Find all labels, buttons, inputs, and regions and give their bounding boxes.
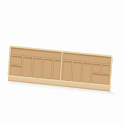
- cutlery-slot: [72, 62, 82, 82]
- cutlery-slot: [53, 60, 61, 80]
- cutlery-slot: [82, 63, 92, 83]
- cutlery-slot: [22, 57, 32, 77]
- cutlery-tray-photo: [0, 0, 125, 125]
- tray-illustration: [0, 0, 125, 125]
- cutlery-slot: [62, 61, 72, 81]
- photo-background: [0, 0, 125, 125]
- cutlery-slot: [32, 58, 42, 78]
- cutlery-slot: [42, 59, 52, 79]
